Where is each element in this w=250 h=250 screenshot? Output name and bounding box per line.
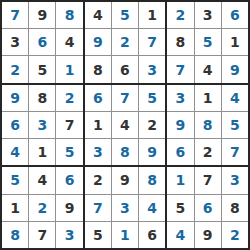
- cell-r2c5[interactable]: 2: [112, 29, 138, 55]
- cell-r6c4[interactable]: 3: [85, 139, 111, 165]
- cell-r2c2[interactable]: 6: [29, 29, 55, 55]
- cell-r2c9[interactable]: 1: [222, 29, 248, 55]
- sudoku-board: 7983642514519278632368517499826374156751…: [0, 0, 250, 250]
- box-1: 798364251: [2, 2, 83, 83]
- cell-r7c5[interactable]: 9: [112, 167, 138, 193]
- cell-r1c7[interactable]: 2: [167, 2, 193, 28]
- cell-r8c3[interactable]: 9: [56, 195, 82, 221]
- box-5: 675142389: [85, 85, 166, 166]
- cell-r4c7[interactable]: 3: [167, 85, 193, 111]
- cell-r2c8[interactable]: 5: [195, 29, 221, 55]
- box-6: 314985627: [167, 85, 248, 166]
- cell-r4c6[interactable]: 5: [139, 85, 165, 111]
- cell-r4c4[interactable]: 6: [85, 85, 111, 111]
- cell-r7c2[interactable]: 4: [29, 167, 55, 193]
- box-4: 982637415: [2, 85, 83, 166]
- cell-r8c9[interactable]: 8: [222, 195, 248, 221]
- cell-r9c2[interactable]: 7: [29, 222, 55, 248]
- cell-r7c7[interactable]: 1: [167, 167, 193, 193]
- cell-r8c7[interactable]: 5: [167, 195, 193, 221]
- cell-r5c7[interactable]: 9: [167, 112, 193, 138]
- box-8: 298734516: [85, 167, 166, 248]
- cell-r4c8[interactable]: 1: [195, 85, 221, 111]
- cell-r5c2[interactable]: 3: [29, 112, 55, 138]
- cell-r1c1[interactable]: 7: [2, 2, 28, 28]
- cell-r2c6[interactable]: 7: [139, 29, 165, 55]
- cell-r6c9[interactable]: 7: [222, 139, 248, 165]
- cell-r2c4[interactable]: 9: [85, 29, 111, 55]
- cell-r9c8[interactable]: 9: [195, 222, 221, 248]
- cell-r5c8[interactable]: 8: [195, 112, 221, 138]
- cell-r5c1[interactable]: 6: [2, 112, 28, 138]
- box-3: 236851749: [167, 2, 248, 83]
- cell-r2c1[interactable]: 3: [2, 29, 28, 55]
- cell-r5c9[interactable]: 5: [222, 112, 248, 138]
- cell-r5c5[interactable]: 4: [112, 112, 138, 138]
- cell-r9c7[interactable]: 4: [167, 222, 193, 248]
- cell-r9c5[interactable]: 1: [112, 222, 138, 248]
- cell-r8c2[interactable]: 2: [29, 195, 55, 221]
- cell-r6c6[interactable]: 9: [139, 139, 165, 165]
- cell-r8c4[interactable]: 7: [85, 195, 111, 221]
- cell-r7c9[interactable]: 3: [222, 167, 248, 193]
- cell-r1c8[interactable]: 3: [195, 2, 221, 28]
- cell-r1c9[interactable]: 6: [222, 2, 248, 28]
- cell-r6c1[interactable]: 4: [2, 139, 28, 165]
- cell-r7c6[interactable]: 8: [139, 167, 165, 193]
- cell-r4c1[interactable]: 9: [2, 85, 28, 111]
- cell-r3c8[interactable]: 4: [195, 56, 221, 82]
- cell-r1c6[interactable]: 1: [139, 2, 165, 28]
- cell-r5c6[interactable]: 2: [139, 112, 165, 138]
- cell-r1c3[interactable]: 8: [56, 2, 82, 28]
- cell-r9c1[interactable]: 8: [2, 222, 28, 248]
- cell-r7c3[interactable]: 6: [56, 167, 82, 193]
- cell-r7c1[interactable]: 5: [2, 167, 28, 193]
- box-7: 546129873: [2, 167, 83, 248]
- cell-r3c3[interactable]: 1: [56, 56, 82, 82]
- cell-r9c3[interactable]: 3: [56, 222, 82, 248]
- cell-r1c4[interactable]: 4: [85, 2, 111, 28]
- cell-r9c9[interactable]: 2: [222, 222, 248, 248]
- cell-r3c1[interactable]: 2: [2, 56, 28, 82]
- cell-r4c5[interactable]: 7: [112, 85, 138, 111]
- cell-r8c6[interactable]: 4: [139, 195, 165, 221]
- cell-r4c3[interactable]: 2: [56, 85, 82, 111]
- cell-r6c2[interactable]: 1: [29, 139, 55, 165]
- cell-r6c3[interactable]: 5: [56, 139, 82, 165]
- cell-r7c8[interactable]: 7: [195, 167, 221, 193]
- cell-r9c4[interactable]: 5: [85, 222, 111, 248]
- cell-r5c4[interactable]: 1: [85, 112, 111, 138]
- cell-r2c7[interactable]: 8: [167, 29, 193, 55]
- cell-r7c4[interactable]: 2: [85, 167, 111, 193]
- cell-r5c3[interactable]: 7: [56, 112, 82, 138]
- box-9: 173568492: [167, 167, 248, 248]
- cell-r6c8[interactable]: 2: [195, 139, 221, 165]
- cell-r3c6[interactable]: 3: [139, 56, 165, 82]
- box-2: 451927863: [85, 2, 166, 83]
- cell-r4c9[interactable]: 4: [222, 85, 248, 111]
- cell-r3c9[interactable]: 9: [222, 56, 248, 82]
- cell-r3c2[interactable]: 5: [29, 56, 55, 82]
- cell-r6c7[interactable]: 6: [167, 139, 193, 165]
- cell-r1c5[interactable]: 5: [112, 2, 138, 28]
- cell-r4c2[interactable]: 8: [29, 85, 55, 111]
- cell-r3c7[interactable]: 7: [167, 56, 193, 82]
- cell-r3c5[interactable]: 6: [112, 56, 138, 82]
- cell-r8c1[interactable]: 1: [2, 195, 28, 221]
- cell-r2c3[interactable]: 4: [56, 29, 82, 55]
- cell-r8c5[interactable]: 3: [112, 195, 138, 221]
- cell-r1c2[interactable]: 9: [29, 2, 55, 28]
- cell-r9c6[interactable]: 6: [139, 222, 165, 248]
- cell-r8c8[interactable]: 6: [195, 195, 221, 221]
- cell-r3c4[interactable]: 8: [85, 56, 111, 82]
- cell-r6c5[interactable]: 8: [112, 139, 138, 165]
